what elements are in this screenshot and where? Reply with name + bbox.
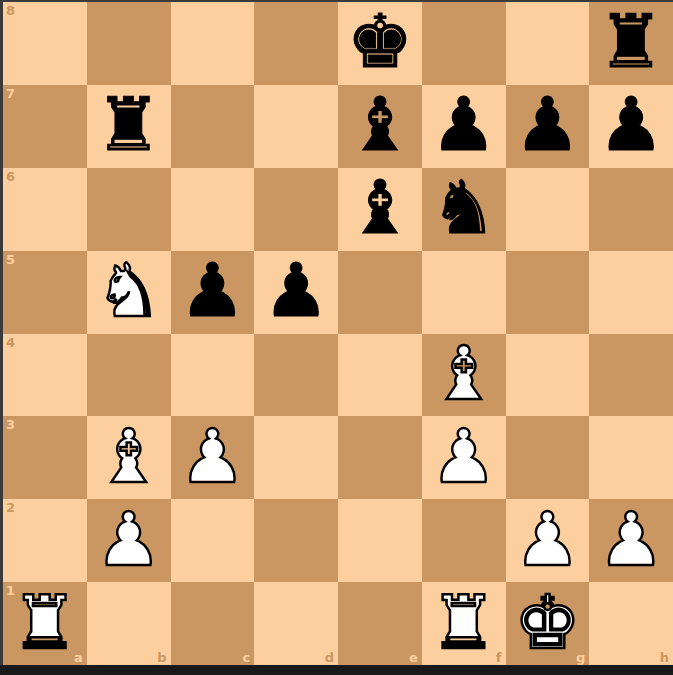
piece-white-rook-f1[interactable]: ♜: [430, 585, 496, 659]
piece-black-king-e8[interactable]: ♚: [347, 4, 413, 78]
piece-white-pawn-g2[interactable]: ♟: [514, 502, 580, 576]
square-g4[interactable]: [506, 334, 590, 417]
square-h5[interactable]: [589, 251, 673, 334]
square-b7[interactable]: ♜: [87, 85, 171, 168]
piece-black-pawn-h7[interactable]: ♟: [598, 87, 664, 161]
square-a7[interactable]: 7: [3, 85, 87, 168]
file-label-d: d: [325, 651, 334, 664]
square-d3[interactable]: [254, 416, 338, 499]
square-a6[interactable]: 6: [3, 168, 87, 251]
file-label-b: b: [157, 651, 166, 664]
piece-black-pawn-d5[interactable]: ♟: [263, 253, 329, 327]
file-label-e: e: [409, 651, 418, 664]
square-a8[interactable]: 8: [3, 2, 87, 85]
piece-black-pawn-f7[interactable]: ♟: [430, 87, 496, 161]
square-g1[interactable]: g♚: [506, 582, 590, 665]
square-c4[interactable]: [171, 334, 255, 417]
piece-black-pawn-g7[interactable]: ♟: [514, 87, 580, 161]
square-f5[interactable]: [422, 251, 506, 334]
square-f3[interactable]: ♟: [422, 416, 506, 499]
piece-white-rook-a1[interactable]: ♜: [12, 585, 78, 659]
square-e8[interactable]: ♚: [338, 2, 422, 85]
square-e2[interactable]: [338, 499, 422, 582]
piece-white-bishop-f4[interactable]: ♝: [430, 336, 496, 410]
square-f4[interactable]: ♝: [422, 334, 506, 417]
square-h7[interactable]: ♟: [589, 85, 673, 168]
square-e3[interactable]: [338, 416, 422, 499]
square-f7[interactable]: ♟: [422, 85, 506, 168]
piece-black-bishop-e6[interactable]: ♝: [347, 170, 413, 244]
square-a4[interactable]: 4: [3, 334, 87, 417]
square-d5[interactable]: ♟: [254, 251, 338, 334]
square-h3[interactable]: [589, 416, 673, 499]
rank-label-4: 4: [6, 336, 15, 349]
square-d2[interactable]: [254, 499, 338, 582]
rank-label-2: 2: [6, 501, 15, 514]
square-f8[interactable]: [422, 2, 506, 85]
square-d4[interactable]: [254, 334, 338, 417]
square-c7[interactable]: [171, 85, 255, 168]
square-c3[interactable]: ♟: [171, 416, 255, 499]
file-label-c: c: [243, 651, 251, 664]
rank-label-6: 6: [6, 170, 15, 183]
piece-white-pawn-b2[interactable]: ♟: [95, 502, 161, 576]
square-h8[interactable]: ♜: [589, 2, 673, 85]
square-c1[interactable]: c: [171, 582, 255, 665]
square-b2[interactable]: ♟: [87, 499, 171, 582]
square-b5[interactable]: ♞: [87, 251, 171, 334]
square-g2[interactable]: ♟: [506, 499, 590, 582]
chess-board-frame: 8♚♜7♜♝♟♟♟6♝♞5♞♟♟4♝3♝♟♟2♟♟♟1a♜bcdef♜g♚h: [0, 0, 673, 675]
square-d6[interactable]: [254, 168, 338, 251]
rank-label-7: 7: [6, 87, 15, 100]
piece-black-rook-b7[interactable]: ♜: [95, 87, 161, 161]
square-b3[interactable]: ♝: [87, 416, 171, 499]
file-label-h: h: [660, 651, 669, 664]
square-f1[interactable]: f♜: [422, 582, 506, 665]
square-a3[interactable]: 3: [3, 416, 87, 499]
square-d7[interactable]: [254, 85, 338, 168]
square-b8[interactable]: [87, 2, 171, 85]
square-g8[interactable]: [506, 2, 590, 85]
square-h1[interactable]: h: [589, 582, 673, 665]
square-h4[interactable]: [589, 334, 673, 417]
piece-black-rook-h8[interactable]: ♜: [598, 4, 664, 78]
square-c6[interactable]: [171, 168, 255, 251]
board-bottom-bar: [0, 665, 673, 675]
piece-white-pawn-c3[interactable]: ♟: [179, 419, 245, 493]
square-f6[interactable]: ♞: [422, 168, 506, 251]
square-c5[interactable]: ♟: [171, 251, 255, 334]
chess-board[interactable]: 8♚♜7♜♝♟♟♟6♝♞5♞♟♟4♝3♝♟♟2♟♟♟1a♜bcdef♜g♚h: [3, 2, 673, 665]
square-g3[interactable]: [506, 416, 590, 499]
piece-white-bishop-b3[interactable]: ♝: [95, 419, 161, 493]
square-g6[interactable]: [506, 168, 590, 251]
square-h2[interactable]: ♟: [589, 499, 673, 582]
square-c8[interactable]: [171, 2, 255, 85]
square-g7[interactable]: ♟: [506, 85, 590, 168]
square-a5[interactable]: 5: [3, 251, 87, 334]
square-b1[interactable]: b: [87, 582, 171, 665]
rank-label-5: 5: [6, 253, 15, 266]
piece-white-pawn-f3[interactable]: ♟: [430, 419, 496, 493]
piece-white-king-g1[interactable]: ♚: [514, 585, 580, 659]
piece-black-pawn-c5[interactable]: ♟: [179, 253, 245, 327]
square-c2[interactable]: [171, 499, 255, 582]
square-e1[interactable]: e: [338, 582, 422, 665]
piece-black-bishop-e7[interactable]: ♝: [347, 87, 413, 161]
square-b6[interactable]: [87, 168, 171, 251]
square-g5[interactable]: [506, 251, 590, 334]
square-a1[interactable]: 1a♜: [3, 582, 87, 665]
rank-label-8: 8: [6, 4, 15, 17]
piece-white-knight-b5[interactable]: ♞: [95, 253, 161, 327]
square-d1[interactable]: d: [254, 582, 338, 665]
square-f2[interactable]: [422, 499, 506, 582]
square-e7[interactable]: ♝: [338, 85, 422, 168]
square-e5[interactable]: [338, 251, 422, 334]
piece-white-pawn-h2[interactable]: ♟: [598, 502, 664, 576]
rank-label-3: 3: [6, 418, 15, 431]
piece-black-knight-f6[interactable]: ♞: [430, 170, 496, 244]
square-d8[interactable]: [254, 2, 338, 85]
square-h6[interactable]: [589, 168, 673, 251]
square-e4[interactable]: [338, 334, 422, 417]
square-e6[interactable]: ♝: [338, 168, 422, 251]
square-a2[interactable]: 2: [3, 499, 87, 582]
square-b4[interactable]: [87, 334, 171, 417]
